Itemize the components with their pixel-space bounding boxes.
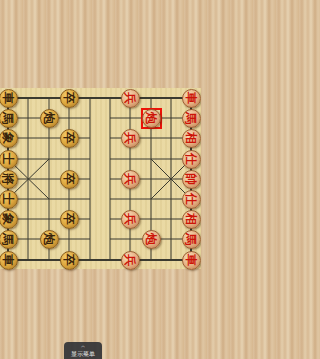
piece-glyph: 炮 [145, 233, 157, 245]
piece-glyph: 士 [2, 153, 14, 165]
board-grid [0, 88, 201, 269]
piece-glyph: 兵 [124, 92, 136, 104]
black-piece-卒[interactable]: 卒 [60, 170, 79, 189]
piece-glyph: 士 [2, 193, 14, 205]
red-piece-兵[interactable]: 兵 [121, 170, 140, 189]
black-piece-卒[interactable]: 卒 [60, 89, 79, 108]
red-piece-相[interactable]: 相 [182, 210, 201, 229]
piece-glyph: 兵 [124, 173, 136, 185]
piece-glyph: 卒 [63, 173, 75, 185]
black-piece-士[interactable]: 士 [0, 150, 18, 169]
piece-glyph: 相 [185, 213, 197, 225]
red-piece-兵[interactable]: 兵 [121, 129, 140, 148]
red-piece-兵[interactable]: 兵 [121, 251, 140, 270]
piece-glyph: 兵 [124, 254, 136, 266]
piece-glyph: 車 [185, 92, 197, 104]
black-piece-車[interactable]: 車 [0, 89, 18, 108]
piece-glyph: 帥 [185, 173, 197, 185]
piece-glyph: 卒 [63, 254, 75, 266]
red-piece-仕[interactable]: 仕 [182, 150, 201, 169]
piece-glyph: 卒 [63, 92, 75, 104]
piece-glyph: 將 [2, 173, 14, 185]
black-piece-炮[interactable]: 炮 [40, 109, 59, 128]
show-menu-button[interactable]: ^ 显示菜单 [64, 342, 102, 359]
piece-glyph: 仕 [185, 153, 197, 165]
piece-glyph: 馬 [2, 112, 14, 124]
piece-glyph: 相 [185, 132, 197, 144]
black-piece-卒[interactable]: 卒 [60, 129, 79, 148]
red-piece-兵[interactable]: 兵 [121, 210, 140, 229]
black-piece-炮[interactable]: 炮 [40, 230, 59, 249]
piece-glyph: 馬 [185, 112, 197, 124]
black-piece-馬[interactable]: 馬 [0, 230, 18, 249]
piece-glyph: 馬 [2, 233, 14, 245]
piece-glyph: 車 [2, 92, 14, 104]
app-background: { "game": "xiangqi", "position": { "fen"… [0, 0, 201, 359]
red-piece-相[interactable]: 相 [182, 129, 201, 148]
black-piece-卒[interactable]: 卒 [60, 251, 79, 270]
piece-glyph: 炮 [43, 112, 55, 124]
black-piece-士[interactable]: 士 [0, 190, 18, 209]
black-piece-將[interactable]: 將 [0, 170, 18, 189]
piece-glyph: 卒 [63, 213, 75, 225]
red-piece-馬[interactable]: 馬 [182, 109, 201, 128]
red-piece-車[interactable]: 車 [182, 89, 201, 108]
show-menu-label: 显示菜单 [71, 350, 95, 357]
black-piece-象[interactable]: 象 [0, 210, 18, 229]
red-piece-炮[interactable]: 炮 [142, 230, 161, 249]
red-piece-帥[interactable]: 帥 [182, 170, 201, 189]
piece-glyph: 車 [185, 254, 197, 266]
red-piece-兵[interactable]: 兵 [121, 89, 140, 108]
piece-glyph: 象 [2, 213, 14, 225]
piece-glyph: 炮 [43, 233, 55, 245]
black-piece-卒[interactable]: 卒 [60, 210, 79, 229]
piece-glyph: 卒 [63, 132, 75, 144]
red-piece-馬[interactable]: 馬 [182, 230, 201, 249]
red-piece-仕[interactable]: 仕 [182, 190, 201, 209]
xiangqi-board[interactable] [0, 88, 201, 269]
black-piece-象[interactable]: 象 [0, 129, 18, 148]
piece-glyph: 馬 [185, 233, 197, 245]
piece-glyph: 車 [2, 254, 14, 266]
piece-glyph: 仕 [185, 193, 197, 205]
black-piece-車[interactable]: 車 [0, 251, 18, 270]
piece-glyph: 兵 [124, 213, 136, 225]
piece-glyph: 象 [2, 132, 14, 144]
red-piece-車[interactable]: 車 [182, 251, 201, 270]
piece-glyph: 兵 [124, 132, 136, 144]
piece-glyph: 炮 [145, 112, 157, 124]
black-piece-馬[interactable]: 馬 [0, 109, 18, 128]
red-piece-炮[interactable]: 炮 [142, 109, 161, 128]
